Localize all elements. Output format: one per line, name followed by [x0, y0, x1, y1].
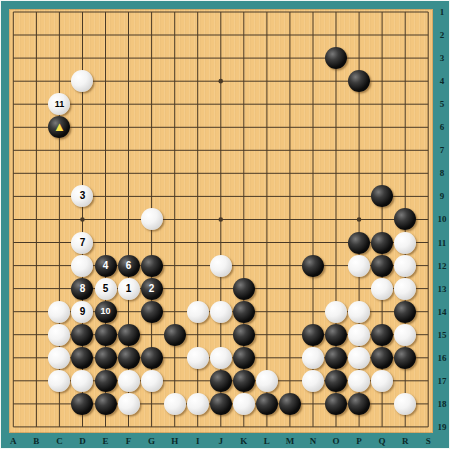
black-stone[interactable]: 4: [95, 255, 117, 277]
white-stone[interactable]: [348, 301, 370, 323]
row-label: 18: [438, 399, 447, 409]
white-stone[interactable]: [210, 301, 232, 323]
row-label: 3: [440, 53, 445, 63]
white-stone[interactable]: [118, 370, 140, 392]
black-stone[interactable]: [233, 370, 255, 392]
black-stone[interactable]: 2: [141, 278, 163, 300]
white-stone[interactable]: [164, 393, 186, 415]
black-stone[interactable]: [348, 232, 370, 254]
white-stone[interactable]: 5: [95, 278, 117, 300]
white-stone[interactable]: [210, 347, 232, 369]
white-stone[interactable]: [325, 301, 347, 323]
col-label: J: [219, 436, 224, 446]
black-stone[interactable]: [233, 324, 255, 346]
black-stone[interactable]: [279, 393, 301, 415]
black-stone[interactable]: [95, 347, 117, 369]
move-number-label: 10: [100, 307, 110, 316]
black-stone[interactable]: [371, 255, 393, 277]
black-stone[interactable]: [325, 370, 347, 392]
black-stone[interactable]: [394, 301, 416, 323]
black-stone[interactable]: [233, 301, 255, 323]
row-label: 15: [438, 330, 447, 340]
white-stone[interactable]: [71, 255, 93, 277]
goban-frame: ABCDEFGHIJKLMNOPQRS123456789101112131415…: [1, 1, 449, 448]
col-label: B: [33, 436, 39, 446]
white-stone[interactable]: [118, 393, 140, 415]
black-stone[interactable]: [210, 393, 232, 415]
row-label: 8: [440, 168, 445, 178]
row-label: 5: [440, 99, 445, 109]
star-point: [218, 79, 223, 84]
white-stone[interactable]: [233, 393, 255, 415]
move-number-label: 9: [80, 307, 86, 317]
white-stone[interactable]: [394, 255, 416, 277]
row-label: 7: [440, 145, 445, 155]
col-label: S: [426, 436, 431, 446]
black-stone[interactable]: [302, 255, 324, 277]
row-label: 2: [440, 30, 445, 40]
white-stone[interactable]: [348, 255, 370, 277]
col-label: F: [126, 436, 132, 446]
black-stone[interactable]: [325, 347, 347, 369]
row-label: 16: [438, 353, 447, 363]
black-stone[interactable]: [256, 393, 278, 415]
white-stone[interactable]: [302, 370, 324, 392]
star-point: [80, 217, 85, 222]
white-stone[interactable]: [48, 301, 70, 323]
col-label: L: [264, 436, 270, 446]
black-stone[interactable]: [371, 232, 393, 254]
row-label: 4: [440, 76, 445, 86]
black-stone[interactable]: [325, 47, 347, 69]
col-label: N: [310, 436, 317, 446]
black-stone[interactable]: [233, 347, 255, 369]
black-stone[interactable]: [302, 324, 324, 346]
black-stone[interactable]: [164, 324, 186, 346]
col-label: H: [171, 436, 178, 446]
white-stone[interactable]: [141, 370, 163, 392]
white-stone[interactable]: [187, 393, 209, 415]
black-stone[interactable]: [95, 370, 117, 392]
white-stone[interactable]: [187, 347, 209, 369]
black-stone[interactable]: 8: [71, 278, 93, 300]
move-number-label: 4: [103, 261, 109, 271]
triangle-marker: ▲: [53, 120, 66, 133]
black-stone[interactable]: [394, 347, 416, 369]
go-app-window: ABCDEFGHIJKLMNOPQRS123456789101112131415…: [0, 0, 450, 449]
move-number-label: 6: [126, 261, 132, 271]
move-number-label: 8: [80, 284, 86, 294]
row-label: 17: [438, 376, 447, 386]
black-stone[interactable]: [210, 370, 232, 392]
black-stone[interactable]: [371, 324, 393, 346]
move-number-label: 5: [103, 284, 109, 294]
white-stone[interactable]: [394, 278, 416, 300]
white-stone[interactable]: [48, 324, 70, 346]
white-stone[interactable]: [394, 393, 416, 415]
col-label: P: [356, 436, 362, 446]
col-label: C: [56, 436, 63, 446]
move-number-label: 2: [149, 284, 155, 294]
black-stone[interactable]: [371, 347, 393, 369]
col-label: K: [240, 436, 247, 446]
black-stone[interactable]: 6: [118, 255, 140, 277]
star-point: [218, 217, 223, 222]
white-stone[interactable]: 9: [71, 301, 93, 323]
col-label: I: [196, 436, 200, 446]
black-stone[interactable]: [348, 393, 370, 415]
white-stone[interactable]: 1: [118, 278, 140, 300]
white-stone[interactable]: [371, 278, 393, 300]
white-stone[interactable]: [141, 208, 163, 230]
white-stone[interactable]: [348, 370, 370, 392]
row-label: 11: [438, 238, 447, 248]
black-stone[interactable]: 10: [95, 301, 117, 323]
white-stone[interactable]: [48, 347, 70, 369]
white-stone[interactable]: [210, 255, 232, 277]
row-label: 13: [438, 284, 447, 294]
white-stone[interactable]: [256, 370, 278, 392]
row-label: 9: [440, 191, 445, 201]
col-label: R: [402, 436, 409, 446]
black-stone[interactable]: [141, 347, 163, 369]
col-label: Q: [379, 436, 386, 446]
col-label: E: [102, 436, 108, 446]
move-number-label: 3: [80, 191, 86, 201]
black-stone[interactable]: [325, 324, 347, 346]
black-stone[interactable]: [95, 324, 117, 346]
move-number-label: 1: [126, 284, 132, 294]
col-label: D: [79, 436, 86, 446]
black-stone[interactable]: [118, 347, 140, 369]
row-label: 10: [438, 214, 447, 224]
black-stone[interactable]: [233, 278, 255, 300]
row-label: 14: [438, 307, 447, 317]
white-stone[interactable]: [187, 301, 209, 323]
white-stone[interactable]: 7: [71, 232, 93, 254]
row-label: 1: [440, 7, 445, 17]
col-label: A: [10, 436, 17, 446]
white-stone[interactable]: [394, 324, 416, 346]
black-stone[interactable]: [141, 301, 163, 323]
col-label: M: [286, 436, 295, 446]
black-stone[interactable]: [325, 393, 347, 415]
white-stone[interactable]: [371, 370, 393, 392]
black-stone[interactable]: [118, 324, 140, 346]
white-stone[interactable]: [348, 324, 370, 346]
row-label: 6: [440, 122, 445, 132]
white-stone[interactable]: [302, 347, 324, 369]
move-number-label: 7: [80, 238, 86, 248]
black-stone[interactable]: [95, 393, 117, 415]
col-label: G: [148, 436, 155, 446]
black-stone[interactable]: [141, 255, 163, 277]
white-stone[interactable]: [394, 232, 416, 254]
row-label: 19: [438, 422, 447, 432]
row-label: 12: [438, 261, 447, 271]
star-point: [357, 217, 362, 222]
white-stone[interactable]: [348, 347, 370, 369]
col-label: O: [332, 436, 339, 446]
move-number-label: 11: [55, 100, 65, 109]
black-stone[interactable]: [71, 324, 93, 346]
